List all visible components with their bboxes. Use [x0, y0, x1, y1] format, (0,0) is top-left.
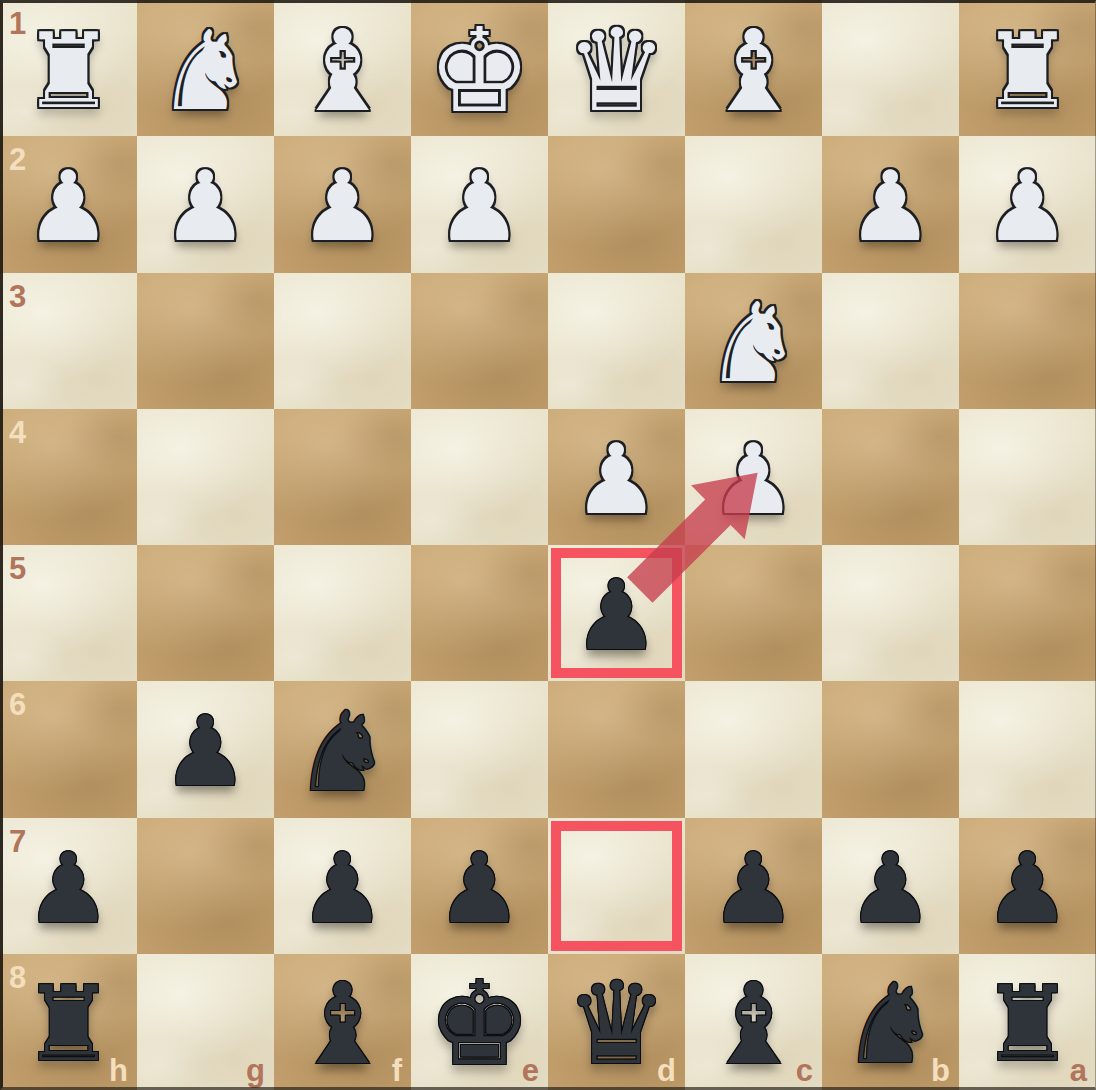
black-rook-h8[interactable]: ♜ [0, 954, 137, 1090]
square-f1[interactable]: ♝ [274, 0, 411, 136]
square-f2[interactable]: ♟ [274, 136, 411, 272]
black-pawn-c7[interactable]: ♟ [685, 818, 822, 954]
square-b1[interactable] [822, 0, 959, 136]
rank-label-5: 5 [9, 551, 26, 587]
rank-label-6: 6 [9, 687, 26, 723]
square-e3[interactable] [411, 273, 548, 409]
square-f7[interactable]: ♟ [274, 818, 411, 954]
square-g5[interactable] [137, 545, 274, 681]
square-f8[interactable]: f♝ [274, 954, 411, 1090]
square-d8[interactable]: d♛ [548, 954, 685, 1090]
black-king-e8[interactable]: ♚ [411, 954, 548, 1090]
square-h4[interactable]: 4 [0, 409, 137, 545]
black-knight-b8[interactable]: ♞ [822, 954, 959, 1090]
black-pawn-g6[interactable]: ♟ [137, 681, 274, 817]
white-pawn-c4[interactable]: ♟ [685, 409, 822, 545]
file-label-g: g [246, 1053, 265, 1089]
square-g1[interactable]: ♞ [137, 0, 274, 136]
black-queen-d8[interactable]: ♛ [548, 954, 685, 1090]
square-g7[interactable] [137, 818, 274, 954]
square-f3[interactable] [274, 273, 411, 409]
white-pawn-d4[interactable]: ♟ [548, 409, 685, 545]
black-pawn-e7[interactable]: ♟ [411, 818, 548, 954]
square-d7[interactable] [548, 818, 685, 954]
square-e6[interactable] [411, 681, 548, 817]
square-f6[interactable]: ♞ [274, 681, 411, 817]
black-bishop-c8[interactable]: ♝ [685, 954, 822, 1090]
white-queen-d1[interactable]: ♛ [548, 0, 685, 136]
white-bishop-c1[interactable]: ♝ [685, 0, 822, 136]
square-e2[interactable]: ♟ [411, 136, 548, 272]
square-d5[interactable]: ♟ [548, 545, 685, 681]
square-g2[interactable]: ♟ [137, 136, 274, 272]
square-h6[interactable]: 6 [0, 681, 137, 817]
square-c4[interactable]: ♟ [685, 409, 822, 545]
square-a2[interactable]: ♟ [959, 136, 1096, 272]
highlight-square-d7 [551, 821, 682, 951]
white-pawn-b2[interactable]: ♟ [822, 136, 959, 272]
square-h7[interactable]: 7♟ [0, 818, 137, 954]
square-a5[interactable] [959, 545, 1096, 681]
square-h8[interactable]: 8h♜ [0, 954, 137, 1090]
white-king-e1[interactable]: ♚ [411, 0, 548, 136]
square-d3[interactable] [548, 273, 685, 409]
black-bishop-f8[interactable]: ♝ [274, 954, 411, 1090]
black-rook-a8[interactable]: ♜ [959, 954, 1096, 1090]
square-g4[interactable] [137, 409, 274, 545]
black-pawn-a7[interactable]: ♟ [959, 818, 1096, 954]
square-h5[interactable]: 5 [0, 545, 137, 681]
square-c8[interactable]: c♝ [685, 954, 822, 1090]
square-f5[interactable] [274, 545, 411, 681]
white-rook-h1[interactable]: ♜ [0, 0, 137, 136]
square-d1[interactable]: ♛ [548, 0, 685, 136]
square-h2[interactable]: 2♟ [0, 136, 137, 272]
chess-app: 1♜♞♝♚♛♝♜2♟♟♟♟♟♟3♞4♟♟5♟6♟♞7♟♟♟♟♟♟8h♜gf♝e♚… [0, 0, 1096, 1090]
black-pawn-d5[interactable]: ♟ [548, 545, 685, 681]
square-h1[interactable]: 1♜ [0, 0, 137, 136]
square-a1[interactable]: ♜ [959, 0, 1096, 136]
square-d6[interactable] [548, 681, 685, 817]
square-c2[interactable] [685, 136, 822, 272]
black-pawn-f7[interactable]: ♟ [274, 818, 411, 954]
white-pawn-a2[interactable]: ♟ [959, 136, 1096, 272]
white-bishop-f1[interactable]: ♝ [274, 0, 411, 136]
square-c7[interactable]: ♟ [685, 818, 822, 954]
white-pawn-h2[interactable]: ♟ [0, 136, 137, 272]
square-a4[interactable] [959, 409, 1096, 545]
black-knight-f6[interactable]: ♞ [274, 681, 411, 817]
square-b2[interactable]: ♟ [822, 136, 959, 272]
square-e8[interactable]: e♚ [411, 954, 548, 1090]
square-b7[interactable]: ♟ [822, 818, 959, 954]
square-g6[interactable]: ♟ [137, 681, 274, 817]
square-c3[interactable]: ♞ [685, 273, 822, 409]
square-b4[interactable] [822, 409, 959, 545]
square-e7[interactable]: ♟ [411, 818, 548, 954]
white-pawn-g2[interactable]: ♟ [137, 136, 274, 272]
square-b3[interactable] [822, 273, 959, 409]
white-rook-a1[interactable]: ♜ [959, 0, 1096, 136]
white-pawn-e2[interactable]: ♟ [411, 136, 548, 272]
square-b8[interactable]: b♞ [822, 954, 959, 1090]
square-e5[interactable] [411, 545, 548, 681]
square-b6[interactable] [822, 681, 959, 817]
square-g8[interactable]: g [137, 954, 274, 1090]
square-d2[interactable] [548, 136, 685, 272]
square-a7[interactable]: ♟ [959, 818, 1096, 954]
white-pawn-f2[interactable]: ♟ [274, 136, 411, 272]
square-f4[interactable] [274, 409, 411, 545]
square-a3[interactable] [959, 273, 1096, 409]
square-c6[interactable] [685, 681, 822, 817]
rank-label-4: 4 [9, 415, 26, 451]
chess-board: 1♜♞♝♚♛♝♜2♟♟♟♟♟♟3♞4♟♟5♟6♟♞7♟♟♟♟♟♟8h♜gf♝e♚… [0, 0, 1096, 1090]
square-a6[interactable] [959, 681, 1096, 817]
square-a8[interactable]: a♜ [959, 954, 1096, 1090]
square-h3[interactable]: 3 [0, 273, 137, 409]
square-d4[interactable]: ♟ [548, 409, 685, 545]
square-e1[interactable]: ♚ [411, 0, 548, 136]
black-pawn-h7[interactable]: ♟ [0, 818, 137, 954]
square-c1[interactable]: ♝ [685, 0, 822, 136]
square-e4[interactable] [411, 409, 548, 545]
square-b5[interactable] [822, 545, 959, 681]
white-knight-c3[interactable]: ♞ [685, 273, 822, 409]
black-pawn-b7[interactable]: ♟ [822, 818, 959, 954]
rank-label-3: 3 [9, 279, 26, 315]
white-knight-g1[interactable]: ♞ [137, 0, 274, 136]
square-g3[interactable] [137, 273, 274, 409]
square-c5[interactable] [685, 545, 822, 681]
